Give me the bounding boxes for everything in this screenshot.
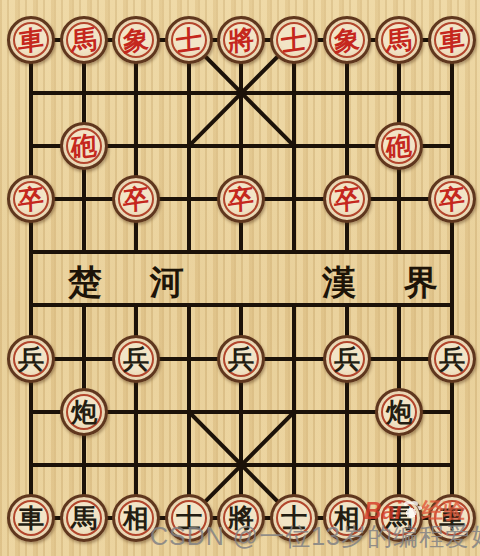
piece-glyph: 兵 (439, 346, 465, 372)
piece-red-馬-f1r0[interactable]: 馬 (60, 16, 108, 64)
piece-red-士-f5r0[interactable]: 士 (270, 16, 318, 64)
piece-black-炮-f1r7[interactable]: 炮 (60, 388, 108, 436)
piece-black-車-f0r9[interactable]: 車 (7, 494, 55, 542)
piece-black-兵-f8r6[interactable]: 兵 (428, 335, 476, 383)
piece-glyph: 馬 (386, 25, 412, 55)
piece-black-馬-f1r9[interactable]: 馬 (60, 494, 108, 542)
piece-glyph: 兵 (228, 346, 254, 372)
paw-icon (403, 504, 419, 518)
piece-glyph: 馬 (71, 25, 97, 55)
river-label-han-jie: 漢 界 (322, 260, 456, 306)
piece-glyph: 兵 (18, 346, 44, 372)
piece-black-兵-f0r6[interactable]: 兵 (7, 335, 55, 383)
piece-red-卒-f8r3[interactable]: 卒 (428, 175, 476, 223)
piece-glyph: 車 (439, 25, 465, 55)
piece-glyph: 車 (18, 505, 44, 531)
piece-red-砲-f7r2[interactable]: 砲 (375, 122, 423, 170)
piece-glyph: 炮 (71, 399, 97, 425)
piece-glyph: 車 (18, 25, 44, 55)
piece-glyph: 士 (281, 25, 307, 55)
piece-glyph: 象 (334, 25, 360, 55)
piece-glyph: 象 (123, 25, 149, 55)
piece-glyph: 兵 (123, 346, 149, 372)
piece-glyph: 卒 (123, 184, 149, 214)
piece-black-兵-f6r6[interactable]: 兵 (323, 335, 371, 383)
piece-red-車-f0r0[interactable]: 車 (7, 16, 55, 64)
piece-glyph: 兵 (334, 346, 360, 372)
piece-red-象-f6r0[interactable]: 象 (323, 16, 371, 64)
piece-glyph: 砲 (386, 131, 412, 161)
xiangqi-board: 楚 河 漢 界 車馬象士將士象馬車砲砲卒卒卒卒卒兵兵兵兵兵炮炮車馬相士將士相馬車… (0, 0, 480, 556)
piece-red-士-f3r0[interactable]: 士 (165, 16, 213, 64)
piece-red-卒-f6r3[interactable]: 卒 (323, 175, 371, 223)
piece-red-將-f4r0[interactable]: 將 (217, 16, 265, 64)
piece-red-砲-f1r2[interactable]: 砲 (60, 122, 108, 170)
piece-glyph: 卒 (439, 184, 465, 214)
piece-red-象-f2r0[interactable]: 象 (112, 16, 160, 64)
csdn-watermark: CSDN @一位13岁的编程爱好者 (150, 520, 480, 553)
piece-red-卒-f2r3[interactable]: 卒 (112, 175, 160, 223)
piece-glyph: 士 (176, 25, 202, 55)
piece-black-兵-f2r6[interactable]: 兵 (112, 335, 160, 383)
piece-red-車-f8r0[interactable]: 車 (428, 16, 476, 64)
piece-red-卒-f0r3[interactable]: 卒 (7, 175, 55, 223)
river-label-chu-he: 楚 河 (68, 260, 202, 306)
piece-red-馬-f7r0[interactable]: 馬 (375, 16, 423, 64)
piece-glyph: 卒 (334, 184, 360, 214)
piece-glyph: 將 (228, 25, 254, 55)
piece-glyph: 卒 (228, 184, 254, 214)
piece-red-卒-f4r3[interactable]: 卒 (217, 175, 265, 223)
piece-glyph: 砲 (71, 131, 97, 161)
piece-glyph: 炮 (386, 399, 412, 425)
piece-black-炮-f7r7[interactable]: 炮 (375, 388, 423, 436)
piece-glyph: 馬 (71, 505, 97, 531)
piece-glyph: 相 (123, 505, 149, 531)
piece-glyph: 卒 (18, 184, 44, 214)
piece-black-兵-f4r6[interactable]: 兵 (217, 335, 265, 383)
